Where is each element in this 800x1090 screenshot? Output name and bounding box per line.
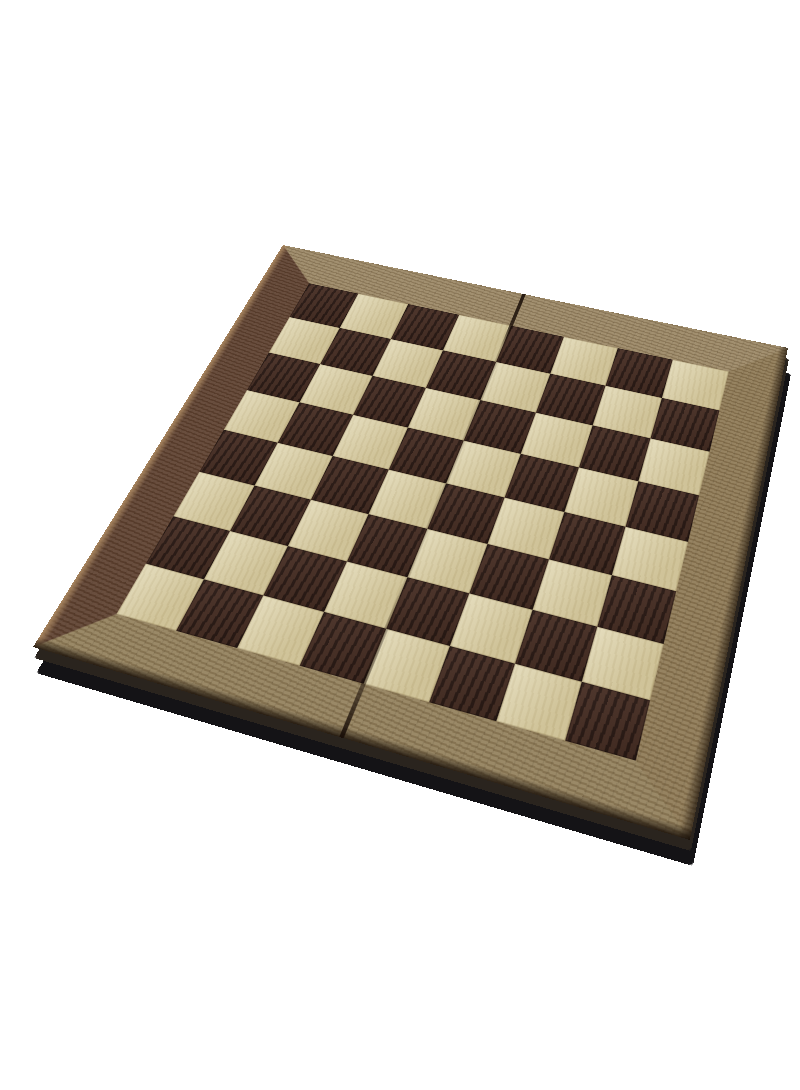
board-squares [117, 283, 729, 760]
product-photo-stage [0, 0, 800, 1090]
chessboard [33, 245, 788, 840]
